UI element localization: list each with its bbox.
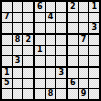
cell-r6c2[interactable]: 3 bbox=[13, 56, 23, 66]
cell-r5c8[interactable] bbox=[79, 46, 89, 56]
cell-r3c7[interactable] bbox=[68, 23, 78, 33]
cell-r9c6[interactable] bbox=[56, 89, 66, 99]
cell-r8c7[interactable]: 6 bbox=[68, 79, 78, 89]
cell-r2c4[interactable] bbox=[35, 13, 45, 23]
cell-r5c3[interactable] bbox=[23, 46, 33, 56]
cell-r2c3[interactable] bbox=[23, 13, 33, 23]
cell-r7c5[interactable] bbox=[46, 68, 56, 78]
box-3: 213 bbox=[68, 2, 99, 33]
cell-r8c1[interactable]: 5 bbox=[2, 79, 12, 89]
cell-r3c4[interactable] bbox=[35, 23, 45, 33]
box-7: 15 bbox=[2, 68, 33, 99]
cell-r1c7[interactable]: 2 bbox=[68, 2, 78, 12]
cell-r3c5[interactable] bbox=[46, 23, 56, 33]
box-1: 7 bbox=[2, 2, 33, 33]
cell-r6c1[interactable] bbox=[2, 56, 12, 66]
cell-r7c4[interactable] bbox=[35, 68, 45, 78]
box-4: 823 bbox=[2, 35, 33, 66]
cell-r3c9[interactable]: 3 bbox=[89, 23, 99, 33]
cell-r7c7[interactable] bbox=[68, 68, 78, 78]
cell-r6c4[interactable] bbox=[35, 56, 45, 66]
box-9: 69 bbox=[68, 68, 99, 99]
cell-r4c1[interactable] bbox=[2, 35, 12, 45]
cell-r1c5[interactable] bbox=[46, 2, 56, 12]
cell-r6c3[interactable] bbox=[23, 56, 33, 66]
cell-r7c8[interactable] bbox=[79, 68, 89, 78]
cell-r1c6[interactable] bbox=[56, 2, 66, 12]
box-2: 64 bbox=[35, 2, 66, 33]
cell-r9c3[interactable] bbox=[23, 89, 33, 99]
cell-r2c1[interactable]: 7 bbox=[2, 13, 12, 23]
cell-r9c4[interactable] bbox=[35, 89, 45, 99]
cell-r2c7[interactable] bbox=[68, 13, 78, 23]
sudoku-board: 76421382317153869 bbox=[0, 0, 101, 101]
cell-r9c2[interactable] bbox=[13, 89, 23, 99]
cell-r9c1[interactable] bbox=[2, 89, 12, 99]
box-6: 7 bbox=[68, 35, 99, 66]
box-8: 38 bbox=[35, 68, 66, 99]
cell-r4c7[interactable] bbox=[68, 35, 78, 45]
cell-r4c5[interactable] bbox=[46, 35, 56, 45]
cell-r3c2[interactable] bbox=[13, 23, 23, 33]
cell-r6c6[interactable] bbox=[56, 56, 66, 66]
cell-r6c7[interactable] bbox=[68, 56, 78, 66]
cell-r6c9[interactable] bbox=[89, 56, 99, 66]
cell-r3c8[interactable] bbox=[79, 23, 89, 33]
cell-r4c6[interactable] bbox=[56, 35, 66, 45]
cell-r5c1[interactable] bbox=[2, 46, 12, 56]
cell-r4c9[interactable] bbox=[89, 35, 99, 45]
cell-r5c4[interactable]: 1 bbox=[35, 46, 45, 56]
cell-r9c5[interactable]: 8 bbox=[46, 89, 56, 99]
box-5: 1 bbox=[35, 35, 66, 66]
cell-r4c8[interactable]: 7 bbox=[79, 35, 89, 45]
sudoku-grid: 76421382317153869 bbox=[2, 2, 99, 99]
cell-r7c3[interactable] bbox=[23, 68, 33, 78]
cell-r2c6[interactable] bbox=[56, 13, 66, 23]
cell-r1c3[interactable] bbox=[23, 2, 33, 12]
cell-r1c9[interactable]: 1 bbox=[89, 2, 99, 12]
cell-r4c2[interactable]: 8 bbox=[13, 35, 23, 45]
cell-r8c5[interactable] bbox=[46, 79, 56, 89]
cell-r1c1[interactable] bbox=[2, 2, 12, 12]
cell-r6c8[interactable] bbox=[79, 56, 89, 66]
cell-r5c9[interactable] bbox=[89, 46, 99, 56]
cell-r9c9[interactable] bbox=[89, 89, 99, 99]
cell-r1c4[interactable]: 6 bbox=[35, 2, 45, 12]
cell-r7c9[interactable] bbox=[89, 68, 99, 78]
cell-r2c9[interactable] bbox=[89, 13, 99, 23]
cell-r8c9[interactable] bbox=[89, 79, 99, 89]
cell-r4c3[interactable]: 2 bbox=[23, 35, 33, 45]
cell-r9c7[interactable] bbox=[68, 89, 78, 99]
cell-r8c2[interactable] bbox=[13, 79, 23, 89]
cell-r8c4[interactable] bbox=[35, 79, 45, 89]
cell-r5c5[interactable] bbox=[46, 46, 56, 56]
cell-r9c8[interactable]: 9 bbox=[79, 89, 89, 99]
cell-r2c8[interactable] bbox=[79, 13, 89, 23]
cell-r6c5[interactable] bbox=[46, 56, 56, 66]
cell-r7c6[interactable]: 3 bbox=[56, 68, 66, 78]
cell-r4c4[interactable] bbox=[35, 35, 45, 45]
cell-r3c6[interactable] bbox=[56, 23, 66, 33]
cell-r7c1[interactable]: 1 bbox=[2, 68, 12, 78]
cell-r3c3[interactable] bbox=[23, 23, 33, 33]
cell-r2c5[interactable]: 4 bbox=[46, 13, 56, 23]
cell-r3c1[interactable] bbox=[2, 23, 12, 33]
cell-r8c8[interactable] bbox=[79, 79, 89, 89]
cell-r7c2[interactable] bbox=[13, 68, 23, 78]
cell-r8c6[interactable] bbox=[56, 79, 66, 89]
cell-r5c7[interactable] bbox=[68, 46, 78, 56]
cell-r2c2[interactable] bbox=[13, 13, 23, 23]
cell-r8c3[interactable] bbox=[23, 79, 33, 89]
cell-r1c8[interactable] bbox=[79, 2, 89, 12]
cell-r5c6[interactable] bbox=[56, 46, 66, 56]
cell-r1c2[interactable] bbox=[13, 2, 23, 12]
cell-r5c2[interactable] bbox=[13, 46, 23, 56]
